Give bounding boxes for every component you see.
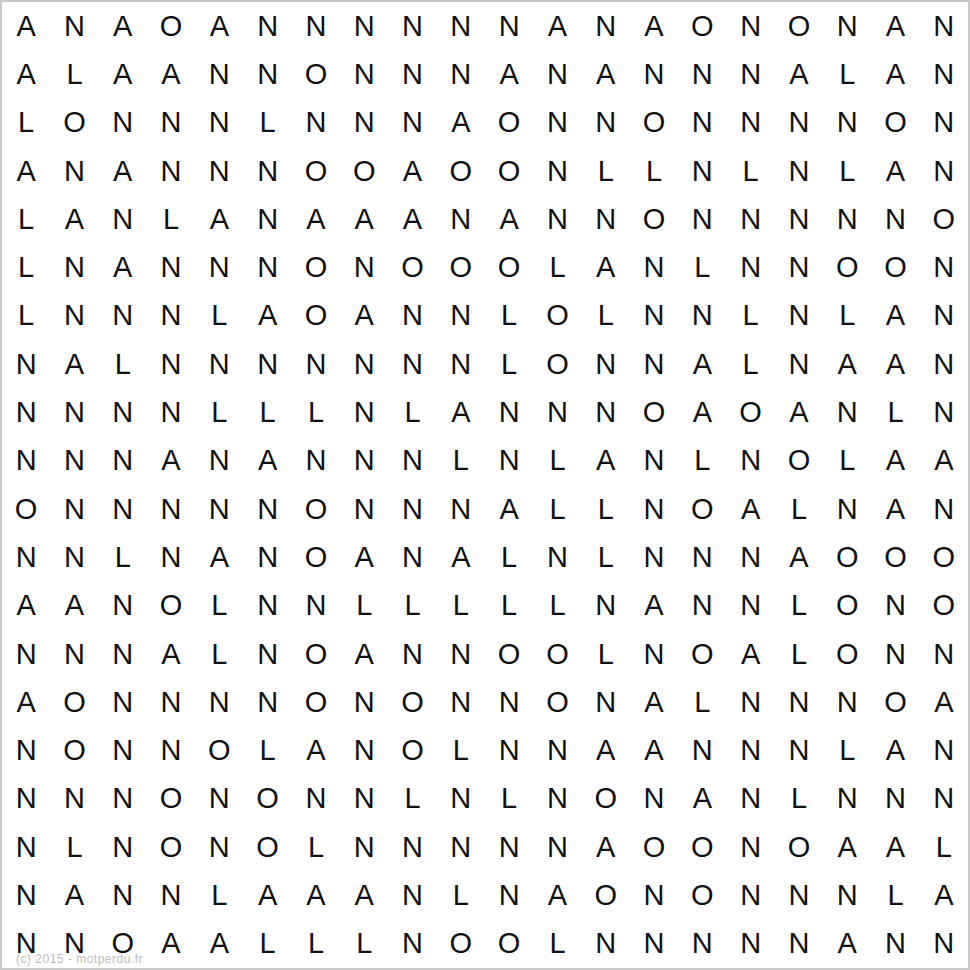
grid-cell[interactable]: L (678, 678, 726, 726)
grid-cell[interactable]: N (533, 726, 581, 774)
grid-cell[interactable]: N (99, 388, 147, 436)
grid-cell[interactable]: O (533, 678, 581, 726)
grid-cell[interactable]: N (871, 630, 919, 678)
grid-cell[interactable]: L (775, 630, 823, 678)
grid-cell[interactable]: A (437, 99, 485, 147)
grid-cell[interactable]: O (292, 630, 340, 678)
grid-cell[interactable]: L (50, 823, 98, 871)
grid-cell[interactable]: N (292, 99, 340, 147)
grid-cell[interactable]: L (775, 775, 823, 823)
grid-cell[interactable]: N (871, 195, 919, 243)
grid-cell[interactable]: N (630, 50, 678, 98)
grid-cell[interactable]: L (582, 485, 630, 533)
grid-cell[interactable]: N (147, 340, 195, 388)
grid-cell[interactable]: N (388, 292, 436, 340)
grid-cell[interactable]: A (340, 195, 388, 243)
grid-cell[interactable]: A (871, 147, 919, 195)
grid-cell[interactable]: O (292, 533, 340, 581)
grid-cell[interactable]: N (775, 195, 823, 243)
grid-cell[interactable]: N (2, 388, 50, 436)
grid-cell[interactable]: O (485, 147, 533, 195)
grid-cell[interactable]: O (775, 2, 823, 50)
grid-cell[interactable]: A (823, 823, 871, 871)
grid-cell[interactable]: L (2, 99, 50, 147)
grid-cell[interactable]: N (582, 99, 630, 147)
grid-cell[interactable]: N (533, 50, 581, 98)
grid-cell[interactable]: N (388, 630, 436, 678)
grid-cell[interactable]: N (678, 99, 726, 147)
grid-cell[interactable]: N (920, 243, 968, 291)
grid-cell[interactable]: N (147, 871, 195, 919)
grid-cell[interactable]: A (437, 388, 485, 436)
grid-cell[interactable]: N (243, 195, 291, 243)
grid-cell[interactable]: A (823, 920, 871, 968)
grid-cell[interactable]: A (388, 147, 436, 195)
grid-cell[interactable]: N (340, 2, 388, 50)
grid-cell[interactable]: N (340, 99, 388, 147)
grid-cell[interactable]: L (388, 775, 436, 823)
grid-cell[interactable]: N (99, 485, 147, 533)
grid-cell[interactable]: A (775, 50, 823, 98)
grid-cell[interactable]: L (50, 50, 98, 98)
grid-cell[interactable]: N (920, 388, 968, 436)
grid-cell[interactable]: N (50, 485, 98, 533)
grid-cell[interactable]: O (678, 823, 726, 871)
grid-cell[interactable]: N (292, 2, 340, 50)
grid-cell[interactable]: N (533, 775, 581, 823)
grid-cell[interactable]: L (437, 871, 485, 919)
grid-cell[interactable]: L (485, 533, 533, 581)
grid-cell[interactable]: N (630, 871, 678, 919)
grid-cell[interactable]: N (437, 50, 485, 98)
grid-cell[interactable]: N (726, 533, 774, 581)
grid-cell[interactable]: N (147, 243, 195, 291)
grid-cell[interactable]: N (582, 2, 630, 50)
grid-cell[interactable]: N (485, 388, 533, 436)
grid-cell[interactable]: N (920, 726, 968, 774)
grid-cell[interactable]: N (533, 195, 581, 243)
grid-cell[interactable]: N (99, 678, 147, 726)
grid-cell[interactable]: N (726, 871, 774, 919)
grid-cell[interactable]: N (99, 823, 147, 871)
grid-cell[interactable]: N (437, 630, 485, 678)
grid-cell[interactable]: A (50, 340, 98, 388)
grid-cell[interactable]: O (630, 823, 678, 871)
grid-cell[interactable]: L (243, 388, 291, 436)
grid-cell[interactable]: L (99, 340, 147, 388)
grid-cell[interactable]: O (920, 582, 968, 630)
grid-cell[interactable]: A (147, 50, 195, 98)
grid-cell[interactable]: N (678, 147, 726, 195)
grid-cell[interactable]: N (823, 2, 871, 50)
grid-cell[interactable]: L (775, 485, 823, 533)
grid-cell[interactable]: N (2, 630, 50, 678)
grid-cell[interactable]: N (871, 582, 919, 630)
grid-cell[interactable]: N (920, 50, 968, 98)
grid-cell[interactable]: A (823, 340, 871, 388)
grid-cell[interactable]: N (582, 678, 630, 726)
grid-cell[interactable]: N (2, 775, 50, 823)
grid-cell[interactable]: N (437, 292, 485, 340)
grid-cell[interactable]: L (2, 243, 50, 291)
grid-cell[interactable]: N (388, 485, 436, 533)
grid-cell[interactable]: N (775, 726, 823, 774)
grid-cell[interactable]: N (775, 920, 823, 968)
grid-cell[interactable]: O (678, 2, 726, 50)
grid-cell[interactable]: N (243, 147, 291, 195)
grid-cell[interactable]: A (195, 533, 243, 581)
grid-cell[interactable]: A (2, 50, 50, 98)
grid-cell[interactable]: O (678, 485, 726, 533)
grid-cell[interactable]: N (243, 582, 291, 630)
grid-cell[interactable]: N (533, 823, 581, 871)
grid-cell[interactable]: A (920, 437, 968, 485)
grid-cell[interactable]: O (533, 630, 581, 678)
grid-cell[interactable]: N (485, 726, 533, 774)
grid-cell[interactable]: N (2, 871, 50, 919)
grid-cell[interactable]: L (340, 920, 388, 968)
grid-cell[interactable]: N (823, 195, 871, 243)
grid-cell[interactable]: O (823, 630, 871, 678)
grid-cell[interactable]: N (243, 340, 291, 388)
grid-cell[interactable]: N (920, 485, 968, 533)
grid-cell[interactable]: N (920, 920, 968, 968)
grid-cell[interactable]: N (726, 437, 774, 485)
grid-cell[interactable]: A (920, 678, 968, 726)
grid-cell[interactable]: A (630, 582, 678, 630)
grid-cell[interactable]: A (678, 388, 726, 436)
grid-cell[interactable]: A (195, 2, 243, 50)
grid-cell[interactable]: N (2, 726, 50, 774)
grid-cell[interactable]: L (485, 340, 533, 388)
grid-cell[interactable]: A (726, 485, 774, 533)
grid-cell[interactable]: N (775, 147, 823, 195)
grid-cell[interactable]: O (823, 582, 871, 630)
grid-cell[interactable]: L (823, 292, 871, 340)
grid-cell[interactable]: N (340, 775, 388, 823)
grid-cell[interactable]: N (871, 920, 919, 968)
grid-cell[interactable]: N (243, 485, 291, 533)
grid-cell[interactable]: L (243, 99, 291, 147)
grid-cell[interactable]: O (50, 726, 98, 774)
grid-cell[interactable]: N (99, 630, 147, 678)
grid-cell[interactable]: N (50, 630, 98, 678)
grid-cell[interactable]: L (437, 582, 485, 630)
grid-cell[interactable]: A (50, 871, 98, 919)
grid-cell[interactable]: N (195, 823, 243, 871)
grid-cell[interactable]: O (195, 726, 243, 774)
grid-cell[interactable]: O (292, 485, 340, 533)
grid-cell[interactable]: N (340, 50, 388, 98)
grid-cell[interactable]: N (678, 533, 726, 581)
grid-cell[interactable]: O (920, 533, 968, 581)
grid-cell[interactable]: A (292, 726, 340, 774)
grid-cell[interactable]: A (50, 582, 98, 630)
grid-cell[interactable]: L (871, 388, 919, 436)
grid-cell[interactable]: O (630, 195, 678, 243)
grid-cell[interactable]: L (920, 823, 968, 871)
grid-cell[interactable]: L (437, 726, 485, 774)
grid-cell[interactable]: O (485, 630, 533, 678)
grid-cell[interactable]: O (533, 340, 581, 388)
grid-cell[interactable]: L (582, 630, 630, 678)
grid-cell[interactable]: N (678, 726, 726, 774)
grid-cell[interactable]: O (775, 437, 823, 485)
grid-cell[interactable]: L (533, 485, 581, 533)
grid-cell[interactable]: O (2, 485, 50, 533)
grid-cell[interactable]: N (2, 823, 50, 871)
grid-cell[interactable]: N (437, 678, 485, 726)
grid-cell[interactable]: N (340, 437, 388, 485)
grid-cell[interactable]: N (775, 292, 823, 340)
grid-cell[interactable]: L (582, 292, 630, 340)
grid-cell[interactable]: A (678, 775, 726, 823)
grid-cell[interactable]: N (533, 147, 581, 195)
grid-cell[interactable]: L (823, 726, 871, 774)
grid-cell[interactable]: N (871, 775, 919, 823)
grid-cell[interactable]: L (582, 147, 630, 195)
grid-cell[interactable]: N (340, 726, 388, 774)
grid-cell[interactable]: A (678, 340, 726, 388)
grid-cell[interactable]: O (485, 99, 533, 147)
grid-cell[interactable]: O (775, 823, 823, 871)
grid-cell[interactable]: O (147, 2, 195, 50)
grid-cell[interactable]: N (437, 823, 485, 871)
grid-cell[interactable]: N (678, 920, 726, 968)
grid-cell[interactable]: N (147, 678, 195, 726)
grid-cell[interactable]: A (340, 533, 388, 581)
grid-cell[interactable]: A (726, 630, 774, 678)
grid-cell[interactable]: O (871, 533, 919, 581)
grid-cell[interactable]: L (147, 195, 195, 243)
grid-cell[interactable]: N (340, 340, 388, 388)
grid-cell[interactable]: N (437, 340, 485, 388)
grid-cell[interactable]: N (292, 340, 340, 388)
grid-cell[interactable]: A (871, 726, 919, 774)
grid-cell[interactable]: N (726, 195, 774, 243)
grid-cell[interactable]: N (99, 195, 147, 243)
grid-cell[interactable]: N (582, 195, 630, 243)
grid-cell[interactable]: A (582, 243, 630, 291)
grid-cell[interactable]: O (823, 533, 871, 581)
grid-cell[interactable]: N (147, 99, 195, 147)
grid-cell[interactable]: O (437, 147, 485, 195)
grid-cell[interactable]: N (485, 823, 533, 871)
grid-cell[interactable]: N (823, 871, 871, 919)
grid-cell[interactable]: N (388, 871, 436, 919)
grid-cell[interactable]: N (388, 99, 436, 147)
grid-cell[interactable]: L (99, 533, 147, 581)
grid-cell[interactable]: O (292, 292, 340, 340)
grid-cell[interactable]: N (147, 726, 195, 774)
grid-cell[interactable]: N (340, 678, 388, 726)
grid-cell[interactable]: N (340, 243, 388, 291)
grid-cell[interactable]: L (823, 50, 871, 98)
grid-cell[interactable]: L (485, 582, 533, 630)
grid-cell[interactable]: N (388, 340, 436, 388)
grid-cell[interactable]: L (533, 437, 581, 485)
grid-cell[interactable]: N (340, 388, 388, 436)
grid-cell[interactable]: A (340, 871, 388, 919)
grid-cell[interactable]: O (388, 678, 436, 726)
grid-cell[interactable]: O (485, 920, 533, 968)
grid-cell[interactable]: A (871, 292, 919, 340)
grid-cell[interactable]: L (871, 871, 919, 919)
grid-cell[interactable]: L (2, 195, 50, 243)
grid-cell[interactable]: N (823, 678, 871, 726)
grid-cell[interactable]: N (195, 678, 243, 726)
grid-cell[interactable]: N (147, 388, 195, 436)
grid-cell[interactable]: N (243, 2, 291, 50)
grid-cell[interactable]: N (50, 533, 98, 581)
grid-cell[interactable]: A (582, 726, 630, 774)
grid-cell[interactable]: N (775, 871, 823, 919)
grid-cell[interactable]: N (920, 99, 968, 147)
grid-cell[interactable]: N (775, 99, 823, 147)
grid-cell[interactable]: N (388, 50, 436, 98)
grid-cell[interactable]: O (292, 678, 340, 726)
grid-cell[interactable]: L (823, 437, 871, 485)
grid-cell[interactable]: N (630, 340, 678, 388)
grid-cell[interactable]: A (920, 871, 968, 919)
grid-cell[interactable]: N (50, 775, 98, 823)
grid-cell[interactable]: O (292, 147, 340, 195)
grid-cell[interactable]: O (50, 99, 98, 147)
grid-cell[interactable]: A (2, 147, 50, 195)
grid-cell[interactable]: L (726, 147, 774, 195)
grid-cell[interactable]: A (485, 485, 533, 533)
grid-cell[interactable]: O (678, 630, 726, 678)
grid-cell[interactable]: O (388, 243, 436, 291)
grid-cell[interactable]: O (871, 678, 919, 726)
grid-cell[interactable]: A (340, 292, 388, 340)
grid-cell[interactable]: N (340, 823, 388, 871)
grid-cell[interactable]: N (2, 340, 50, 388)
grid-cell[interactable]: A (99, 2, 147, 50)
grid-cell[interactable]: N (99, 582, 147, 630)
grid-cell[interactable]: N (582, 340, 630, 388)
grid-cell[interactable]: N (726, 2, 774, 50)
grid-cell[interactable]: O (582, 775, 630, 823)
grid-cell[interactable]: N (147, 292, 195, 340)
grid-cell[interactable]: N (920, 775, 968, 823)
grid-cell[interactable]: L (726, 292, 774, 340)
grid-cell[interactable]: O (726, 388, 774, 436)
grid-cell[interactable]: A (871, 50, 919, 98)
grid-cell[interactable]: N (533, 533, 581, 581)
grid-cell[interactable]: N (920, 630, 968, 678)
grid-cell[interactable]: N (726, 678, 774, 726)
grid-cell[interactable]: L (195, 582, 243, 630)
grid-cell[interactable]: N (920, 147, 968, 195)
grid-cell[interactable]: N (99, 292, 147, 340)
grid-cell[interactable]: A (2, 582, 50, 630)
grid-cell[interactable]: N (630, 920, 678, 968)
grid-cell[interactable]: O (437, 920, 485, 968)
grid-cell[interactable]: N (243, 630, 291, 678)
grid-cell[interactable]: N (775, 340, 823, 388)
grid-cell[interactable]: N (630, 292, 678, 340)
grid-cell[interactable]: L (485, 775, 533, 823)
grid-cell[interactable]: O (147, 582, 195, 630)
grid-cell[interactable]: N (388, 823, 436, 871)
grid-cell[interactable]: L (630, 147, 678, 195)
grid-cell[interactable]: L (2, 292, 50, 340)
grid-cell[interactable]: N (485, 437, 533, 485)
grid-cell[interactable]: N (533, 99, 581, 147)
grid-cell[interactable]: N (99, 775, 147, 823)
grid-cell[interactable]: N (2, 437, 50, 485)
grid-cell[interactable]: A (147, 437, 195, 485)
grid-cell[interactable]: L (533, 920, 581, 968)
grid-cell[interactable]: A (243, 292, 291, 340)
grid-cell[interactable]: N (50, 292, 98, 340)
grid-cell[interactable]: O (243, 775, 291, 823)
grid-cell[interactable]: N (437, 485, 485, 533)
grid-cell[interactable]: L (533, 243, 581, 291)
grid-cell[interactable]: N (485, 2, 533, 50)
grid-cell[interactable]: A (775, 388, 823, 436)
grid-cell[interactable]: N (437, 2, 485, 50)
grid-cell[interactable]: O (920, 195, 968, 243)
grid-cell[interactable]: N (292, 775, 340, 823)
grid-cell[interactable]: N (678, 195, 726, 243)
grid-cell[interactable]: L (243, 726, 291, 774)
grid-cell[interactable]: O (582, 871, 630, 919)
grid-cell[interactable]: O (823, 243, 871, 291)
grid-cell[interactable]: N (678, 582, 726, 630)
grid-cell[interactable]: O (292, 50, 340, 98)
grid-cell[interactable]: N (823, 99, 871, 147)
grid-cell[interactable]: N (437, 775, 485, 823)
grid-cell[interactable]: O (678, 871, 726, 919)
grid-cell[interactable]: N (195, 340, 243, 388)
grid-cell[interactable]: A (50, 195, 98, 243)
grid-cell[interactable]: A (871, 823, 919, 871)
grid-cell[interactable]: A (292, 871, 340, 919)
grid-cell[interactable]: L (195, 388, 243, 436)
grid-cell[interactable]: N (726, 582, 774, 630)
grid-cell[interactable]: L (485, 292, 533, 340)
grid-cell[interactable]: A (871, 437, 919, 485)
grid-cell[interactable]: A (582, 437, 630, 485)
grid-cell[interactable]: N (243, 533, 291, 581)
grid-cell[interactable]: N (582, 388, 630, 436)
grid-cell[interactable]: N (243, 243, 291, 291)
grid-cell[interactable]: L (243, 920, 291, 968)
grid-cell[interactable]: N (823, 775, 871, 823)
grid-cell[interactable]: N (195, 243, 243, 291)
grid-cell[interactable]: L (823, 147, 871, 195)
grid-cell[interactable]: A (243, 871, 291, 919)
grid-cell[interactable]: N (485, 678, 533, 726)
grid-cell[interactable]: L (582, 533, 630, 581)
grid-cell[interactable]: O (630, 388, 678, 436)
grid-cell[interactable]: N (99, 437, 147, 485)
grid-cell[interactable]: A (99, 243, 147, 291)
grid-cell[interactable]: O (437, 243, 485, 291)
grid-cell[interactable]: O (50, 678, 98, 726)
grid-cell[interactable]: O (147, 775, 195, 823)
grid-cell[interactable]: N (195, 147, 243, 195)
grid-cell[interactable]: A (195, 920, 243, 968)
grid-cell[interactable]: L (292, 920, 340, 968)
grid-cell[interactable]: N (147, 533, 195, 581)
grid-cell[interactable]: A (2, 2, 50, 50)
grid-cell[interactable]: L (678, 243, 726, 291)
grid-cell[interactable]: A (99, 50, 147, 98)
grid-cell[interactable]: N (726, 243, 774, 291)
